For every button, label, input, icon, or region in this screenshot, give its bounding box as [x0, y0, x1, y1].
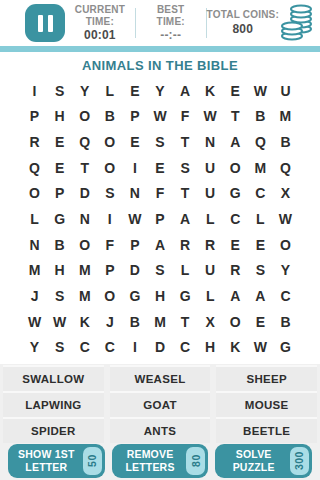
- letter-cell[interactable]: W: [248, 334, 273, 360]
- letter-cell[interactable]: T: [223, 104, 248, 130]
- letter-cell[interactable]: O: [22, 181, 47, 207]
- word-lapwing: LAPWING: [3, 391, 104, 417]
- button-label: LETTERS: [125, 461, 174, 474]
- puzzle-title: ANIMALS IN THE BIBLE: [0, 52, 320, 78]
- cost-value: 50: [86, 455, 99, 468]
- letter-cell[interactable]: F: [173, 104, 198, 130]
- pause-icon: [38, 15, 43, 32]
- current-time-label2: TIME:: [65, 16, 135, 28]
- letter-cell[interactable]: O: [223, 309, 248, 335]
- letter-cell[interactable]: A: [223, 283, 248, 309]
- letter-cell[interactable]: X: [273, 181, 298, 207]
- current-time-label: CURRENT: [65, 4, 135, 16]
- letter-cell[interactable]: K: [198, 78, 223, 104]
- letter-cell[interactable]: E: [223, 232, 248, 258]
- letter-cell[interactable]: N: [72, 206, 97, 232]
- letter-cell[interactable]: A: [248, 283, 273, 309]
- button-label: LETTER: [25, 461, 67, 474]
- word-spider: SPIDER: [3, 417, 104, 443]
- letter-cell[interactable]: O: [273, 232, 298, 258]
- letter-cell[interactable]: I: [122, 334, 147, 360]
- letter-cell[interactable]: W: [273, 206, 298, 232]
- letter-cell[interactable]: C: [273, 283, 298, 309]
- letter-cell[interactable]: R: [173, 232, 198, 258]
- letter-cell[interactable]: P: [22, 104, 47, 130]
- letter-cell[interactable]: K: [223, 334, 248, 360]
- letter-cell[interactable]: X: [198, 309, 223, 335]
- letter-cell[interactable]: R: [223, 257, 248, 283]
- letter-cell[interactable]: M: [72, 257, 97, 283]
- letter-cell[interactable]: A: [147, 232, 172, 258]
- letter-cell[interactable]: B: [122, 309, 147, 335]
- cost-badge: 300: [290, 447, 309, 475]
- total-coins-label: TOTAL COINS:: [207, 9, 279, 22]
- best-time-value: --:--: [136, 28, 206, 42]
- letter-cell[interactable]: T: [173, 129, 198, 155]
- button-label: REMOVE: [127, 448, 174, 461]
- letter-cell[interactable]: O: [97, 283, 122, 309]
- letter-cell[interactable]: E: [248, 232, 273, 258]
- letter-cell[interactable]: T: [72, 155, 97, 181]
- letter-cell[interactable]: B: [97, 104, 122, 130]
- word-mouse: MOUSE: [216, 391, 317, 417]
- letter-cell[interactable]: S: [147, 129, 172, 155]
- letter-cell[interactable]: M: [72, 283, 97, 309]
- letter-cell[interactable]: P: [122, 232, 147, 258]
- letter-cell[interactable]: F: [147, 181, 172, 207]
- letter-cell[interactable]: H: [47, 257, 72, 283]
- letter-cell[interactable]: Y: [147, 78, 172, 104]
- letter-cell[interactable]: J: [97, 309, 122, 335]
- remove-letters-button[interactable]: REMOVE LETTERS 80: [112, 444, 209, 478]
- letter-cell[interactable]: L: [97, 78, 122, 104]
- letter-cell[interactable]: O: [223, 155, 248, 181]
- pause-button[interactable]: [25, 4, 65, 42]
- current-time: CURRENT TIME: 00:01: [65, 4, 135, 42]
- letter-cell[interactable]: Y: [22, 334, 47, 360]
- word-list: SWALLOW WEASEL SHEEP LAPWING GOAT MOUSE …: [0, 364, 320, 444]
- letter-cell[interactable]: C: [97, 334, 122, 360]
- word-beetle: BEETLE: [216, 417, 317, 443]
- letter-cell[interactable]: Q: [22, 155, 47, 181]
- letter-cell[interactable]: K: [72, 309, 97, 335]
- letter-cell[interactable]: P: [122, 104, 147, 130]
- letter-cell[interactable]: P: [97, 257, 122, 283]
- word-weasel: WEASEL: [110, 365, 211, 391]
- letter-cell[interactable]: E: [122, 129, 147, 155]
- current-time-value: 00:01: [65, 28, 135, 42]
- word-swallow: SWALLOW: [3, 365, 104, 391]
- letter-cell[interactable]: G: [47, 206, 72, 232]
- letter-cell[interactable]: S: [47, 78, 72, 104]
- letter-cell[interactable]: A: [173, 206, 198, 232]
- solve-puzzle-button[interactable]: SOLVE PUZZLE 300: [215, 444, 312, 478]
- pause-icon: [48, 15, 53, 32]
- letter-cell[interactable]: R: [22, 129, 47, 155]
- word-sheep: SHEEP: [216, 365, 317, 391]
- letter-cell[interactable]: M: [273, 104, 298, 130]
- letter-cell[interactable]: I: [22, 78, 47, 104]
- letter-cell[interactable]: O: [72, 232, 97, 258]
- total-coins: TOTAL COINS: 800: [207, 2, 320, 44]
- letter-cell[interactable]: A: [223, 129, 248, 155]
- letter-cell[interactable]: U: [198, 257, 223, 283]
- letter-cell[interactable]: S: [248, 257, 273, 283]
- letter-cell[interactable]: C: [223, 206, 248, 232]
- letter-cell[interactable]: I: [97, 206, 122, 232]
- letter-cell[interactable]: B: [248, 104, 273, 130]
- letter-cell[interactable]: L: [248, 206, 273, 232]
- letter-cell[interactable]: W: [147, 104, 172, 130]
- letter-cell[interactable]: D: [122, 257, 147, 283]
- letter-cell[interactable]: Q: [273, 155, 298, 181]
- letter-cell[interactable]: L: [198, 283, 223, 309]
- letter-cell[interactable]: C: [173, 334, 198, 360]
- letter-cell[interactable]: U: [198, 181, 223, 207]
- letter-cell[interactable]: L: [198, 206, 223, 232]
- letter-cell[interactable]: E: [47, 155, 72, 181]
- letter-cell[interactable]: D: [72, 181, 97, 207]
- letter-cell[interactable]: G: [223, 181, 248, 207]
- letter-cell[interactable]: E: [147, 155, 172, 181]
- letter-cell[interactable]: Y: [72, 78, 97, 104]
- letter-cell[interactable]: T: [173, 181, 198, 207]
- letter-cell[interactable]: L: [22, 206, 47, 232]
- letter-cell[interactable]: N: [198, 129, 223, 155]
- letter-cell[interactable]: B: [47, 232, 72, 258]
- letter-cell[interactable]: P: [147, 206, 172, 232]
- letter-cell[interactable]: H: [147, 283, 172, 309]
- letter-cell[interactable]: M: [22, 257, 47, 283]
- letter-cell[interactable]: J: [22, 283, 47, 309]
- letter-cell[interactable]: O: [97, 155, 122, 181]
- letter-cell[interactable]: E: [47, 129, 72, 155]
- letter-cell[interactable]: D: [147, 334, 172, 360]
- letter-cell[interactable]: M: [147, 309, 172, 335]
- letter-cell[interactable]: N: [122, 181, 147, 207]
- letter-cell[interactable]: B: [273, 309, 298, 335]
- letter-cell[interactable]: C: [72, 334, 97, 360]
- letter-cell[interactable]: E: [122, 78, 147, 104]
- top-bar: CURRENT TIME: 00:01 BEST TIME: --:-- TOT…: [0, 0, 320, 46]
- letter-cell[interactable]: G: [173, 283, 198, 309]
- letter-cell[interactable]: E: [248, 309, 273, 335]
- button-label: PUZZLE: [233, 461, 275, 474]
- total-coins-value: 800: [207, 22, 279, 37]
- best-time-label: BEST: [136, 4, 206, 16]
- letter-cell[interactable]: S: [97, 181, 122, 207]
- letter-cell[interactable]: A: [173, 78, 198, 104]
- best-time: BEST TIME: --:--: [136, 4, 206, 42]
- letter-grid: ISYLEYAKEWUPHOBPWFWTBMREQOESTNAQBQETOIES…: [22, 78, 298, 360]
- cost-value: 80: [189, 455, 202, 468]
- letter-cell[interactable]: M: [248, 155, 273, 181]
- letter-cell[interactable]: H: [47, 104, 72, 130]
- letter-cell[interactable]: U: [198, 155, 223, 181]
- letter-cell[interactable]: R: [198, 232, 223, 258]
- button-label: SHOW 1ST: [18, 448, 74, 461]
- letter-cell[interactable]: T: [173, 309, 198, 335]
- letter-cell[interactable]: S: [47, 334, 72, 360]
- letter-cell[interactable]: Q: [72, 129, 97, 155]
- letter-cell[interactable]: Y: [273, 257, 298, 283]
- show-first-letter-button[interactable]: SHOW 1ST LETTER 50: [8, 444, 105, 478]
- letter-cell[interactable]: S: [173, 155, 198, 181]
- letter-cell[interactable]: I: [122, 155, 147, 181]
- word-goat: GOAT: [110, 391, 211, 417]
- letter-cell[interactable]: G: [273, 334, 298, 360]
- cost-badge: 80: [186, 447, 205, 475]
- coins-icon: [280, 2, 314, 44]
- letter-cell[interactable]: B: [273, 129, 298, 155]
- letter-cell[interactable]: O: [72, 104, 97, 130]
- letter-cell[interactable]: S: [47, 283, 72, 309]
- letter-cell[interactable]: E: [223, 78, 248, 104]
- letter-cell[interactable]: W: [198, 104, 223, 130]
- letter-cell[interactable]: W: [248, 78, 273, 104]
- letter-cell[interactable]: G: [122, 283, 147, 309]
- letter-cell[interactable]: W: [122, 206, 147, 232]
- letter-cell[interactable]: W: [22, 309, 47, 335]
- letter-cell[interactable]: F: [97, 232, 122, 258]
- cost-badge: 50: [83, 447, 102, 475]
- button-label: SOLVE: [236, 448, 272, 461]
- letter-cell[interactable]: N: [22, 232, 47, 258]
- letter-cell[interactable]: P: [47, 181, 72, 207]
- grid-area: ISYLEYAKEWUPHOBPWFWTBMREQOESTNAQBQETOIES…: [0, 78, 320, 364]
- letter-cell[interactable]: Q: [248, 129, 273, 155]
- cost-value: 300: [293, 451, 306, 470]
- word-ants: ANTS: [110, 417, 211, 443]
- best-time-label2: TIME:: [136, 16, 206, 28]
- letter-cell[interactable]: W: [47, 309, 72, 335]
- letter-cell[interactable]: H: [198, 334, 223, 360]
- letter-cell[interactable]: O: [97, 129, 122, 155]
- letter-cell[interactable]: S: [147, 257, 172, 283]
- letter-cell[interactable]: L: [173, 257, 198, 283]
- letter-cell[interactable]: C: [248, 181, 273, 207]
- letter-cell[interactable]: U: [273, 78, 298, 104]
- action-bar: SHOW 1ST LETTER 50 REMOVE LETTERS 80 SOL…: [0, 444, 320, 480]
